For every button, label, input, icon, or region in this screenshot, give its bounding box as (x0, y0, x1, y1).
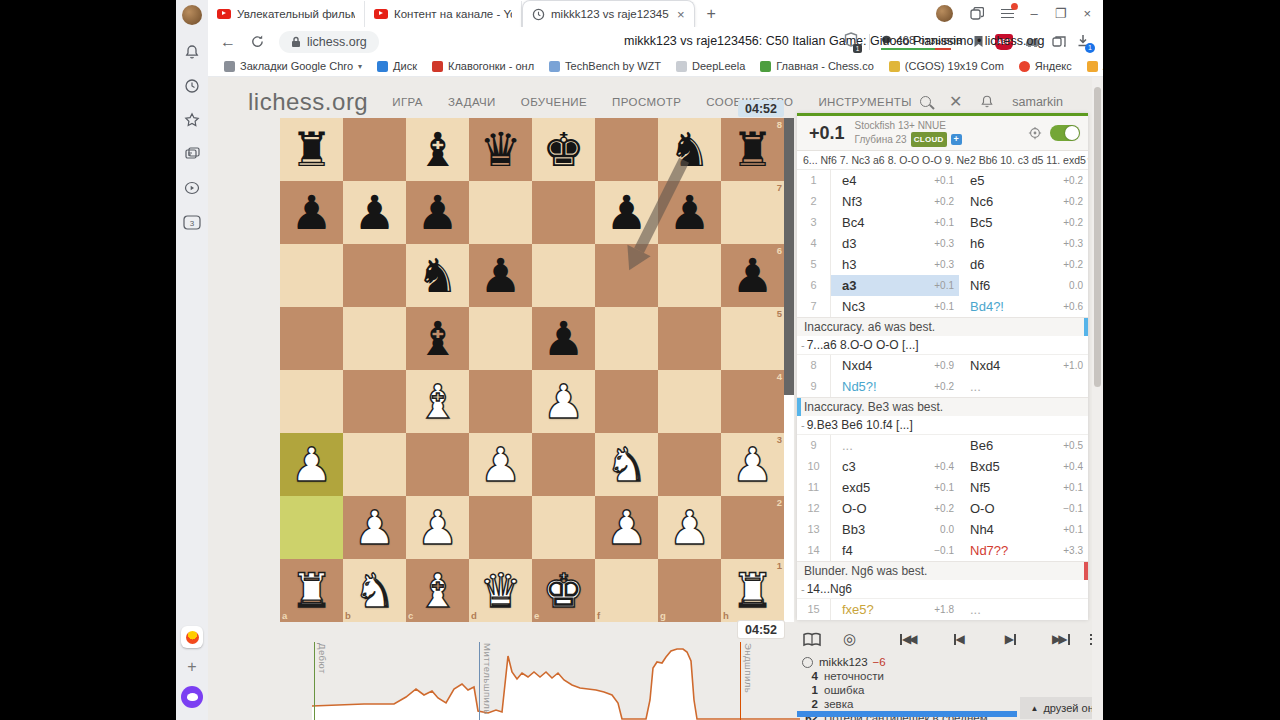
nav-puzzles[interactable]: ЗАДАЧИ (448, 96, 496, 108)
move-san[interactable]: e4 (842, 173, 856, 188)
video-play-icon[interactable] (182, 178, 202, 198)
square-e5[interactable]: ♟ (532, 307, 595, 370)
square-f3[interactable]: ♞ (595, 433, 658, 496)
bookmark-label: TechBench by WZT (565, 60, 661, 72)
move-san[interactable]: Nd5?! (842, 379, 877, 394)
move-san[interactable]: Nxd4 (842, 358, 872, 373)
collapse-dash-icon[interactable]: - (801, 339, 805, 351)
variation-line[interactable]: -14...Ng6 (797, 580, 1088, 599)
clock-white: 04:52 (738, 621, 784, 638)
file-label: g (660, 610, 666, 621)
square-c2[interactable]: ♟ (406, 496, 469, 559)
move-row: 15fxe5?+1.8... (797, 599, 1088, 620)
move-san[interactable]: ... (970, 602, 981, 617)
alice-assistant-icon[interactable] (181, 686, 203, 708)
move-eval: +0.1 (934, 301, 954, 312)
move-number: 5 (797, 254, 831, 275)
piece-black-bishop[interactable]: ♝ (406, 307, 469, 370)
phase-label: Миттельшпиль (482, 643, 493, 715)
chevron-down-icon: ▾ (358, 62, 362, 71)
collapse-dash-icon[interactable]: - (801, 583, 805, 595)
move-row: 1e4+0.1e5+0.2 (797, 170, 1088, 191)
move-number: 6 (797, 275, 831, 296)
move-san[interactable]: O-O (970, 501, 995, 516)
nav-watch[interactable]: ПРОСМОТР (612, 96, 681, 108)
move-san[interactable]: Nxd4 (970, 358, 1000, 373)
square-h4[interactable]: 4 (721, 370, 784, 433)
square-d6[interactable]: ♟ (469, 244, 532, 307)
move-san[interactable]: Be6 (970, 438, 993, 453)
bookmark-label: Клавогонки - онл (448, 60, 534, 72)
next-move-button[interactable]: ▶ (1005, 633, 1016, 645)
player-name[interactable]: mikkk123 (819, 656, 868, 668)
stat-label[interactable]: зевка (824, 698, 853, 710)
square-b7[interactable]: ♟ (343, 181, 406, 244)
piece-black-pawn[interactable]: ♟ (343, 181, 406, 244)
piece-black-king[interactable]: ♚ (532, 118, 595, 181)
bookmark-клавогонки-онл[interactable]: Клавогонки - онл (432, 60, 534, 72)
move-number: 4 (797, 233, 831, 254)
move-san[interactable]: h6 (970, 236, 984, 251)
square-f8[interactable] (595, 118, 658, 181)
piece-black-pawn[interactable]: ♟ (469, 244, 532, 307)
move-eval: +0.6 (1063, 301, 1083, 312)
square-c4[interactable]: ♝ (406, 370, 469, 433)
move-eval: +0.2 (1063, 217, 1083, 228)
move-eval: +0.9 (934, 360, 954, 371)
rank-label: 7 (777, 182, 782, 193)
sidebar-plus-button[interactable]: + (187, 658, 196, 676)
move-san[interactable]: Bc4 (842, 215, 864, 230)
square-b1[interactable]: ♞b (343, 559, 406, 622)
close-button[interactable]: × (1083, 6, 1091, 21)
piece-white-rook[interactable]: ♜ (721, 559, 784, 622)
square-e4[interactable]: ♟ (532, 370, 595, 433)
move-san[interactable]: Nd7?? (970, 543, 1008, 558)
square-f4[interactable] (595, 370, 658, 433)
move-number: 1 (797, 170, 831, 191)
square-g8[interactable]: ♞ (658, 118, 721, 181)
move-eval: −0.1 (1063, 503, 1083, 514)
square-a8[interactable]: ♜ (280, 118, 343, 181)
rank-label: 5 (777, 308, 782, 319)
piece-black-pawn[interactable]: ♟ (721, 244, 784, 307)
rank-label: 1 (777, 560, 782, 571)
move-eval: +0.5 (1063, 440, 1083, 451)
bookmark-диск[interactable]: Диск (377, 60, 417, 72)
square-h3[interactable]: ♟3 (721, 433, 784, 496)
clock-favicon (532, 8, 545, 21)
move-san[interactable]: ... (970, 379, 981, 394)
browser-profile-avatar[interactable] (936, 5, 953, 22)
move-number: 10 (797, 456, 831, 477)
browser-window: 3 + Увлекательный фильм пр Контент на ка… (176, 0, 1103, 720)
move-eval: +1.8 (934, 604, 954, 615)
square-e2[interactable] (532, 496, 595, 559)
download-icon[interactable]: 1 (1077, 34, 1089, 50)
move-eval: 0.0 (940, 524, 954, 535)
square-d3[interactable]: ♟ (469, 433, 532, 496)
tab-youtube-1[interactable]: Увлекательный фильм пр (208, 1, 365, 27)
piece-black-pawn[interactable]: ♟ (532, 307, 595, 370)
move-eval: +0.1 (934, 175, 954, 186)
move-san[interactable]: d3 (842, 236, 856, 251)
move-san[interactable]: Bxd5 (970, 459, 1000, 474)
file-label: c (408, 610, 413, 621)
yandex-icon (1019, 61, 1030, 72)
bookmark-а[interactable]: А (1087, 60, 1103, 72)
square-h8[interactable]: ♜8 (721, 118, 784, 181)
move-eval: +0.2 (934, 196, 954, 207)
nav-tools[interactable]: ИНСТРУМЕНТЫ (818, 96, 911, 108)
reload-button[interactable] (250, 34, 265, 49)
notification-dot (1011, 3, 1018, 10)
nav-learn[interactable]: ОБУЧЕНИЕ (521, 96, 587, 108)
stat-row: 4неточности (800, 669, 1080, 683)
piece-white-pawn[interactable]: ♟ (469, 433, 532, 496)
file-label: e (534, 610, 539, 621)
square-c5[interactable]: ♝ (406, 307, 469, 370)
svg-text:3: 3 (190, 218, 195, 227)
square-d1[interactable]: ♛d (469, 559, 532, 622)
bookmark--cgos-19x19-com[interactable]: (CGOS) 19x19 Com (889, 60, 1004, 72)
square-h2[interactable]: 2 (721, 496, 784, 559)
chess-green-icon (760, 61, 771, 72)
square-g1[interactable]: g (658, 559, 721, 622)
lichess-logo[interactable]: lichess.org (248, 88, 368, 116)
piece-white-pawn[interactable]: ♟ (658, 496, 721, 559)
rank-label: 8 (777, 119, 782, 130)
first-move-button[interactable]: ◀◀ (900, 633, 917, 645)
piece-white-pawn[interactable]: ♟ (721, 433, 784, 496)
bookmark-label: Главная - Chess.co (776, 60, 874, 72)
star-orange-icon (1087, 61, 1098, 72)
new-tab-button[interactable]: + (707, 5, 716, 23)
square-c1[interactable]: ♝c (406, 559, 469, 622)
square-d2[interactable] (469, 496, 532, 559)
rank-label: 6 (777, 245, 782, 256)
collections-icon[interactable] (1052, 35, 1066, 48)
move-san[interactable]: ... (842, 438, 853, 453)
square-g2[interactable]: ♟ (658, 496, 721, 559)
move-eval: +0.1 (1063, 482, 1083, 493)
bookmark-яндекс[interactable]: Яндекс (1019, 60, 1072, 72)
rank-label: 3 (777, 434, 782, 445)
piece-white-pawn[interactable]: ♟ (280, 433, 343, 496)
square-b6[interactable] (343, 244, 406, 307)
square-d4[interactable] (469, 370, 532, 433)
piece-black-rook[interactable]: ♜ (280, 118, 343, 181)
move-san[interactable]: f4 (842, 543, 853, 558)
chess-board: ♜♝♛♚♞♜8♟♟♟♟♟7♞♟♟6♝♟5♝♟4♟♟♞♟3♟♟♟♟2♜a♞b♝c♛… (280, 118, 784, 622)
rank-label: 4 (777, 371, 782, 382)
doc-icon (676, 61, 687, 72)
file-label: f (597, 610, 600, 621)
move-eval: +0.2 (934, 381, 954, 392)
move-san[interactable]: fxe5? (842, 602, 874, 617)
square-h6[interactable]: ♟6 (721, 244, 784, 307)
move-row: 5h3+0.3d6+0.2 (797, 254, 1088, 275)
bookmark-закладки-google-chro[interactable]: Закладки Google Chro▾ (224, 60, 362, 72)
drive-icon (377, 61, 388, 72)
square-a6[interactable] (280, 244, 343, 307)
square-f2[interactable]: ♟ (595, 496, 658, 559)
square-b2[interactable]: ♟ (343, 496, 406, 559)
username[interactable]: samarkin (1012, 95, 1063, 109)
move-san[interactable]: Bd4?! (970, 299, 1004, 314)
engine-header: +0.1 Stockfish 13+ NNUE Глубина 23 CLOUD… (797, 116, 1088, 151)
bookmark-techbench-by-wzt[interactable]: TechBench by WZT (549, 60, 661, 72)
piece-black-queen[interactable]: ♛ (469, 118, 532, 181)
last-move-button[interactable]: ▶▶ (1052, 633, 1069, 645)
piece-white-rook[interactable]: ♜ (280, 559, 343, 622)
move-san[interactable]: e5 (970, 173, 984, 188)
square-g4[interactable] (658, 370, 721, 433)
sidebar-bottom: + (181, 620, 203, 720)
piece-white-knight[interactable]: ♞ (343, 559, 406, 622)
piece-white-pawn[interactable]: ♟ (532, 370, 595, 433)
lichess-header-right: ✕ samarkin (920, 94, 1103, 110)
file-label: a (282, 610, 287, 621)
move-san[interactable]: h3 (842, 257, 856, 272)
pv-line[interactable]: 6... Nf6 7. Nc3 a6 8. O-O O-O 9. Ne2 Bb6… (797, 151, 1088, 170)
chevron-down-icon[interactable]: ▼ (1086, 156, 1088, 165)
bookmark-deepleela[interactable]: DeepLeela (676, 60, 745, 72)
square-e7[interactable] (532, 181, 595, 244)
square-h5[interactable]: 5 (721, 307, 784, 370)
add-engine-button[interactable]: + (951, 134, 962, 145)
move-eval: +1.0 (1063, 360, 1083, 371)
bookmark-label: Диск (393, 60, 417, 72)
url-text: lichess.org (307, 35, 367, 49)
browser-scrollbar[interactable] (1092, 77, 1103, 720)
move-san[interactable]: d6 (970, 257, 984, 272)
piece-white-pawn[interactable]: ♟ (343, 496, 406, 559)
engine-toggle[interactable] (1050, 125, 1080, 141)
file-label: b (345, 610, 351, 621)
tab-label: Увлекательный фильм пр (237, 8, 355, 20)
piece-white-queen[interactable]: ♛ (469, 559, 532, 622)
phase-label: Эндшпиль (743, 643, 754, 693)
square-b5[interactable] (343, 307, 406, 370)
move-row: 8Nxd4+0.9Nxd4+1.0 (797, 355, 1088, 376)
square-g5[interactable] (658, 307, 721, 370)
history-clock-icon[interactable] (182, 76, 202, 96)
square-g3[interactable] (658, 433, 721, 496)
square-e1[interactable]: ♚e (532, 559, 595, 622)
square-g7[interactable]: ♟ (658, 181, 721, 244)
restore-button[interactable]: ❐ (1055, 6, 1067, 21)
car-icon (432, 61, 443, 72)
back-button[interactable]: ← (220, 33, 236, 51)
piece-black-pawn[interactable]: ♟ (406, 181, 469, 244)
lichess-bell-icon[interactable] (980, 94, 994, 109)
engine-info: Stockfish 13+ NNUE Глубина 23 CLOUD + (855, 119, 962, 147)
square-h7[interactable]: 7 (721, 181, 784, 244)
piece-black-rook[interactable]: ♜ (721, 118, 784, 181)
square-f7[interactable]: ♟ (595, 181, 658, 244)
move-san[interactable]: Bc5 (970, 215, 992, 230)
square-c3[interactable] (406, 433, 469, 496)
square-b8[interactable] (343, 118, 406, 181)
square-f5[interactable] (595, 307, 658, 370)
collapse-dash-icon[interactable]: - (801, 419, 805, 431)
square-d7[interactable] (469, 181, 532, 244)
square-a1[interactable]: ♜a (280, 559, 343, 622)
white-player-icon (802, 657, 813, 668)
square-d8[interactable]: ♛ (469, 118, 532, 181)
square-e3[interactable] (532, 433, 595, 496)
tab-label: mikkk123 vs raje123456 (551, 8, 669, 20)
move-row: 6a3+0.1Nf60.0 (797, 275, 1088, 296)
minimize-button[interactable]: – (1031, 6, 1038, 21)
lichess-page: lichess.org ИГРА ЗАДАЧИ ОБУЧЕНИЕ ПРОСМОТ… (208, 77, 1103, 720)
engine-depth: Глубина 23 (855, 133, 907, 146)
piece-white-bishop[interactable]: ♝ (406, 370, 469, 433)
piece-black-bishop[interactable]: ♝ (406, 118, 469, 181)
move-row: 9...Be6+0.5 (797, 435, 1088, 456)
square-e6[interactable] (532, 244, 595, 307)
opening-book-icon[interactable] (803, 632, 821, 647)
move-number: 3 (797, 212, 831, 233)
square-a5[interactable] (280, 307, 343, 370)
phase-line (740, 642, 741, 720)
move-san[interactable]: Nh4 (970, 522, 994, 537)
move-san[interactable]: Nc6 (970, 194, 993, 209)
browser-menu-icon[interactable] (1001, 6, 1014, 20)
move-san[interactable]: O-O (842, 501, 867, 516)
piece-black-pawn[interactable]: ♟ (595, 181, 658, 244)
profile-avatar[interactable] (182, 5, 202, 25)
bookmark-главная-chess-co[interactable]: Главная - Chess.co (760, 60, 874, 72)
tab-youtube-2[interactable]: Контент на канале - YouT (365, 1, 522, 27)
bookmark-label: DeepLeela (692, 60, 745, 72)
move-row: 10c3+0.4Bxd5+0.4 (797, 456, 1088, 477)
square-f1[interactable]: f (595, 559, 658, 622)
move-number: 11 (797, 477, 831, 498)
square-c6[interactable]: ♞ (406, 244, 469, 307)
square-a7[interactable]: ♟ (280, 181, 343, 244)
practice-target-icon[interactable] (1028, 126, 1042, 140)
square-b4[interactable] (343, 370, 406, 433)
rank-label: 2 (777, 497, 782, 508)
piece-white-pawn[interactable]: ♟ (595, 496, 658, 559)
move-san[interactable]: Bb3 (842, 522, 865, 537)
bookmarks-star-icon[interactable] (182, 110, 202, 130)
move-eval: +0.2 (934, 503, 954, 514)
square-a2[interactable] (280, 496, 343, 559)
bell-icon[interactable] (182, 42, 202, 62)
move-eval: +0.3 (934, 259, 954, 270)
tab-counter-badge[interactable]: 3 (182, 212, 202, 232)
piece-white-knight[interactable]: ♞ (595, 433, 658, 496)
nav-play[interactable]: ИГРА (392, 96, 423, 108)
move-san[interactable]: Nc3 (842, 299, 865, 314)
challenge-cross-icon[interactable]: ✕ (949, 94, 962, 110)
move-san[interactable]: exd5 (842, 480, 870, 495)
previous-move-button[interactable]: ◀ (954, 633, 965, 645)
gauge-toggle-icon[interactable]: ◎ (843, 630, 856, 648)
robot-icon (889, 61, 900, 72)
tab-lichess-active[interactable]: mikkk123 vs raje123456 × (522, 0, 695, 27)
judgment-comment: Inaccuracy. Be3 was best. (797, 397, 1088, 416)
piece-white-king[interactable]: ♚ (532, 559, 595, 622)
move-eval: +0.1 (1063, 524, 1083, 535)
piece-white-pawn[interactable]: ♟ (406, 496, 469, 559)
square-e8[interactable]: ♚ (532, 118, 595, 181)
square-a4[interactable] (280, 370, 343, 433)
judgment-color-bar (797, 398, 801, 416)
bookmark-label: Яндекс (1035, 60, 1072, 72)
square-g6[interactable] (658, 244, 721, 307)
move-row: 13Bb30.0Nh4+0.1 (797, 519, 1088, 540)
move-san[interactable]: Nf5 (970, 480, 990, 495)
move-row: 11exd5+0.1Nf5+0.1 (797, 477, 1088, 498)
move-number: 13 (797, 519, 831, 540)
move-row: 12O-O+0.2O-O−0.1 (797, 498, 1088, 519)
move-number: 7 (797, 296, 831, 317)
variation-line[interactable]: -9.Be3 Be6 10.f4 [...] (797, 416, 1088, 435)
move-number: 15 (797, 599, 831, 620)
move-san[interactable]: Nf3 (842, 194, 862, 209)
move-san[interactable]: a3 (842, 278, 856, 293)
address-bar[interactable]: lichess.org (279, 31, 379, 53)
phase-line (479, 642, 480, 720)
square-c7[interactable]: ♟ (406, 181, 469, 244)
square-d5[interactable] (469, 307, 532, 370)
rating-delta: −6 (873, 656, 886, 668)
feed-cards-icon[interactable] (182, 144, 202, 164)
piece-black-knight[interactable]: ♞ (406, 244, 469, 307)
eval-graph[interactable]: ДебютМиттельшпильЭндшпиль (240, 640, 800, 720)
move-list: 1e4+0.1e5+0.22Nf3+0.2Nc6+0.23Bc4+0.1Bc5+… (797, 170, 1088, 620)
move-row: 2Nf3+0.2Nc6+0.2 (797, 191, 1088, 212)
square-a3[interactable]: ♟ (280, 433, 343, 496)
move-number: 8 (797, 355, 831, 376)
search-icon[interactable] (920, 96, 931, 107)
protect-shield-icon[interactable]: 1 (844, 32, 858, 51)
move-san[interactable]: c3 (842, 459, 856, 474)
eval-gauge (784, 118, 794, 622)
piece-black-pawn[interactable]: ♟ (658, 181, 721, 244)
stat-label[interactable]: ошибка (824, 684, 864, 696)
piece-black-knight[interactable]: ♞ (658, 118, 721, 181)
friends-online-bar[interactable]: ▲ друзей онлайн (1020, 697, 1103, 719)
move-eval: 0.0 (1069, 280, 1083, 291)
move-number: 9 (797, 376, 831, 397)
move-eval: +3.3 (1063, 545, 1083, 556)
yandex-browser-icon[interactable] (181, 626, 203, 648)
stat-label[interactable]: неточности (824, 670, 884, 682)
square-b3[interactable] (343, 433, 406, 496)
move-san[interactable]: Nf6 (970, 278, 990, 293)
lichess-nav: ИГРА ЗАДАЧИ ОБУЧЕНИЕ ПРОСМОТР СООБЩЕСТВО… (392, 96, 912, 108)
window-controls: – ❐ × (936, 5, 1103, 22)
variation-line[interactable]: -7...a6 8.O-O O-O [...] (797, 336, 1088, 355)
move-eval: +0.1 (934, 280, 954, 291)
tab-close-icon[interactable]: × (677, 7, 685, 22)
piece-white-bishop[interactable]: ♝ (406, 559, 469, 622)
tab-panels-icon[interactable] (970, 7, 984, 20)
move-number: 2 (797, 191, 831, 212)
tab-label: Контент на канале - YouT (394, 8, 512, 20)
piece-black-pawn[interactable]: ♟ (280, 181, 343, 244)
square-h1[interactable]: ♜1h (721, 559, 784, 622)
browser-toolbar: ← lichess.org mikkk123 vs raje123456: C5… (208, 27, 1103, 56)
move-eval: +0.3 (934, 238, 954, 249)
square-c8[interactable]: ♝ (406, 118, 469, 181)
square-f6[interactable] (595, 244, 658, 307)
